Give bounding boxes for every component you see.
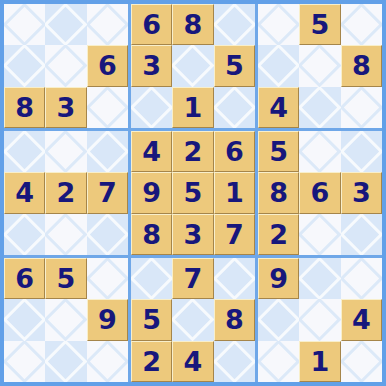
diamond-icon <box>4 299 45 340</box>
cell-r6c7: 2 <box>258 214 299 255</box>
given-digit: 2 <box>269 221 288 248</box>
diamond-icon <box>4 131 45 172</box>
sudoku-board: 683683515844274269518375863265975824941 <box>0 0 386 386</box>
diamond-icon <box>87 4 128 45</box>
box-r2c2: 426951837 <box>131 131 255 255</box>
diamond-icon <box>131 258 172 299</box>
cell-r9c6[interactable] <box>214 341 255 382</box>
diamond-icon <box>45 4 86 45</box>
cell-r6c6: 7 <box>214 214 255 255</box>
cell-r9c4: 2 <box>131 341 172 382</box>
cell-r4c6: 6 <box>214 131 255 172</box>
given-digit: 2 <box>57 179 76 206</box>
cell-r7c3[interactable] <box>87 258 128 299</box>
diamond-icon <box>45 341 86 382</box>
cell-r3c9[interactable] <box>341 87 382 128</box>
cell-r7c1: 6 <box>4 258 45 299</box>
given-digit: 7 <box>98 179 117 206</box>
given-digit: 9 <box>98 306 117 333</box>
given-digit: 8 <box>142 221 161 248</box>
cell-r4c3[interactable] <box>87 131 128 172</box>
cell-r4c2[interactable] <box>45 131 86 172</box>
cell-r1c5: 8 <box>172 4 213 45</box>
diamond-icon <box>341 258 382 299</box>
cell-r2c4: 3 <box>131 45 172 86</box>
diamond-icon <box>341 87 382 128</box>
diamond-icon <box>87 214 128 255</box>
cell-r1c6[interactable] <box>214 4 255 45</box>
diamond-icon <box>172 299 213 340</box>
cell-r1c8: 5 <box>299 4 340 45</box>
given-digit: 3 <box>352 179 371 206</box>
cell-r3c6[interactable] <box>214 87 255 128</box>
diamond-icon <box>341 4 382 45</box>
given-digit: 3 <box>184 221 203 248</box>
given-digit: 5 <box>311 11 330 38</box>
diamond-icon <box>87 131 128 172</box>
cell-r8c6: 8 <box>214 299 255 340</box>
given-digit: 5 <box>57 265 76 292</box>
cell-r1c7[interactable] <box>258 4 299 45</box>
diamond-icon <box>45 214 86 255</box>
diamond-icon <box>299 258 340 299</box>
diamond-icon <box>4 214 45 255</box>
given-digit: 8 <box>225 306 244 333</box>
given-digit: 4 <box>184 348 203 375</box>
diamond-icon <box>299 87 340 128</box>
cell-r2c6: 5 <box>214 45 255 86</box>
box-r1c3: 584 <box>258 4 382 128</box>
given-digit: 4 <box>352 306 371 333</box>
box-r3c2: 75824 <box>131 258 255 382</box>
cell-r9c5: 4 <box>172 341 213 382</box>
cell-r4c1[interactable] <box>4 131 45 172</box>
diamond-icon <box>4 4 45 45</box>
diamond-icon <box>45 131 86 172</box>
diamond-icon <box>214 87 255 128</box>
diamond-icon <box>258 45 299 86</box>
cell-r7c9[interactable] <box>341 258 382 299</box>
cell-r2c7[interactable] <box>258 45 299 86</box>
cell-r5c5: 5 <box>172 172 213 213</box>
cell-r6c5: 3 <box>172 214 213 255</box>
cell-r9c1[interactable] <box>4 341 45 382</box>
cell-r7c5: 7 <box>172 258 213 299</box>
cell-r4c7: 5 <box>258 131 299 172</box>
cell-r7c7: 9 <box>258 258 299 299</box>
cell-r1c3[interactable] <box>87 4 128 45</box>
diamond-icon <box>214 341 255 382</box>
given-digit: 4 <box>269 94 288 121</box>
given-digit: 1 <box>225 179 244 206</box>
given-digit: 6 <box>15 265 34 292</box>
cell-r5c9: 3 <box>341 172 382 213</box>
cell-r9c9[interactable] <box>341 341 382 382</box>
given-digit: 6 <box>142 11 161 38</box>
diamond-icon <box>45 299 86 340</box>
cell-r9c2[interactable] <box>45 341 86 382</box>
box-r2c1: 427 <box>4 131 128 255</box>
diamond-icon <box>341 341 382 382</box>
given-digit: 9 <box>142 179 161 206</box>
cell-r3c3[interactable] <box>87 87 128 128</box>
cell-r7c2: 5 <box>45 258 86 299</box>
cell-r2c2[interactable] <box>45 45 86 86</box>
diamond-icon <box>341 214 382 255</box>
diamond-icon <box>172 45 213 86</box>
cell-r5c3: 7 <box>87 172 128 213</box>
diamond-icon <box>4 45 45 86</box>
given-digit: 7 <box>184 265 203 292</box>
cell-r3c5: 1 <box>172 87 213 128</box>
given-digit: 1 <box>184 94 203 121</box>
diamond-icon <box>258 341 299 382</box>
cell-r7c6[interactable] <box>214 258 255 299</box>
cell-r7c8[interactable] <box>299 258 340 299</box>
given-digit: 6 <box>98 52 117 79</box>
cell-r2c9: 8 <box>341 45 382 86</box>
diamond-icon <box>299 214 340 255</box>
given-digit: 5 <box>269 138 288 165</box>
cell-r8c3: 9 <box>87 299 128 340</box>
given-digit: 7 <box>225 221 244 248</box>
cell-r3c2: 3 <box>45 87 86 128</box>
diamond-icon <box>258 299 299 340</box>
diamond-icon <box>299 131 340 172</box>
given-digit: 4 <box>142 138 161 165</box>
box-r2c3: 58632 <box>258 131 382 255</box>
cell-r1c2[interactable] <box>45 4 86 45</box>
diamond-icon <box>87 258 128 299</box>
diamond-icon <box>258 4 299 45</box>
cell-r8c1[interactable] <box>4 299 45 340</box>
cell-r4c5: 2 <box>172 131 213 172</box>
diamond-icon <box>87 87 128 128</box>
cell-r2c1[interactable] <box>4 45 45 86</box>
cell-r6c9[interactable] <box>341 214 382 255</box>
given-digit: 8 <box>352 52 371 79</box>
diamond-icon <box>214 258 255 299</box>
cell-r5c4: 9 <box>131 172 172 213</box>
cell-r5c7: 8 <box>258 172 299 213</box>
cell-r8c4: 5 <box>131 299 172 340</box>
cell-r9c8: 1 <box>299 341 340 382</box>
given-digit: 9 <box>269 265 288 292</box>
cell-r8c7[interactable] <box>258 299 299 340</box>
cell-r6c4: 8 <box>131 214 172 255</box>
given-digit: 8 <box>15 94 34 121</box>
given-digit: 2 <box>142 348 161 375</box>
cell-r5c8: 6 <box>299 172 340 213</box>
box-r3c1: 659 <box>4 258 128 382</box>
given-digit: 4 <box>15 179 34 206</box>
cell-r4c8[interactable] <box>299 131 340 172</box>
box-r1c2: 68351 <box>131 4 255 128</box>
box-r3c3: 941 <box>258 258 382 382</box>
cell-r9c3[interactable] <box>87 341 128 382</box>
cell-r6c3[interactable] <box>87 214 128 255</box>
given-digit: 3 <box>57 94 76 121</box>
diamond-icon <box>131 87 172 128</box>
cell-r8c5[interactable] <box>172 299 213 340</box>
cell-r2c3: 6 <box>87 45 128 86</box>
given-digit: 8 <box>184 11 203 38</box>
cell-r2c8[interactable] <box>299 45 340 86</box>
given-digit: 8 <box>269 179 288 206</box>
cell-r2c5[interactable] <box>172 45 213 86</box>
diamond-icon <box>87 341 128 382</box>
cell-r1c1[interactable] <box>4 4 45 45</box>
given-digit: 5 <box>142 306 161 333</box>
cell-r7c4[interactable] <box>131 258 172 299</box>
cell-r9c7[interactable] <box>258 341 299 382</box>
given-digit: 6 <box>225 138 244 165</box>
cell-r1c9[interactable] <box>341 4 382 45</box>
diamond-icon <box>45 45 86 86</box>
diamond-icon <box>341 131 382 172</box>
cell-r5c1: 4 <box>4 172 45 213</box>
diamond-icon <box>4 341 45 382</box>
given-digit: 6 <box>311 179 330 206</box>
cell-r8c8[interactable] <box>299 299 340 340</box>
cell-r3c1: 8 <box>4 87 45 128</box>
cell-r6c8[interactable] <box>299 214 340 255</box>
given-digit: 3 <box>142 52 161 79</box>
cell-r3c8[interactable] <box>299 87 340 128</box>
cell-r6c1[interactable] <box>4 214 45 255</box>
cell-r5c2: 2 <box>45 172 86 213</box>
cell-r3c4[interactable] <box>131 87 172 128</box>
diamond-icon <box>299 299 340 340</box>
cell-r4c9[interactable] <box>341 131 382 172</box>
diamond-icon <box>299 45 340 86</box>
diamond-icon <box>214 4 255 45</box>
cell-r3c7: 4 <box>258 87 299 128</box>
given-digit: 5 <box>225 52 244 79</box>
cell-r8c9: 4 <box>341 299 382 340</box>
given-digit: 5 <box>184 179 203 206</box>
cell-r5c6: 1 <box>214 172 255 213</box>
box-r1c1: 683 <box>4 4 128 128</box>
cell-r8c2[interactable] <box>45 299 86 340</box>
cell-r6c2[interactable] <box>45 214 86 255</box>
cell-r1c4: 6 <box>131 4 172 45</box>
given-digit: 2 <box>184 138 203 165</box>
given-digit: 1 <box>311 348 330 375</box>
cell-r4c4: 4 <box>131 131 172 172</box>
